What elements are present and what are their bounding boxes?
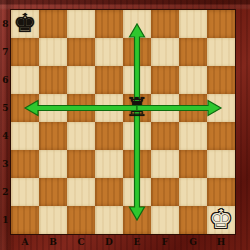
square-b8[interactable] [39,10,67,38]
piece-black-king[interactable]: ♚ [11,10,39,38]
square-a1[interactable] [11,206,39,234]
square-h6[interactable] [207,66,235,94]
square-g2[interactable] [179,178,207,206]
square-h7[interactable] [207,38,235,66]
rank-label-3: 3 [0,150,11,178]
square-c8[interactable] [67,10,95,38]
square-b7[interactable] [39,38,67,66]
rank-label-7: 7 [0,38,11,66]
square-e7[interactable] [123,38,151,66]
square-d4[interactable] [95,122,123,150]
chess-diagram: 87654321 ABCDEFGH ♚♜♚ [0,0,250,250]
square-e3[interactable] [123,150,151,178]
square-b3[interactable] [39,150,67,178]
square-f1[interactable] [151,206,179,234]
square-d7[interactable] [95,38,123,66]
square-a8[interactable]: ♚ [11,10,39,38]
square-e6[interactable] [123,66,151,94]
square-c2[interactable] [67,178,95,206]
square-f6[interactable] [151,66,179,94]
square-g1[interactable] [179,206,207,234]
square-c1[interactable] [67,206,95,234]
square-d6[interactable] [95,66,123,94]
square-c4[interactable] [67,122,95,150]
square-e5[interactable]: ♜ [123,94,151,122]
square-d8[interactable] [95,10,123,38]
square-d2[interactable] [95,178,123,206]
rank-label-6: 6 [0,66,11,94]
square-c6[interactable] [67,66,95,94]
file-label-f: F [151,234,179,250]
square-g6[interactable] [179,66,207,94]
square-f3[interactable] [151,150,179,178]
square-h5[interactable] [207,94,235,122]
rank-label-1: 1 [0,206,11,234]
square-f2[interactable] [151,178,179,206]
square-h1[interactable]: ♚ [207,206,235,234]
piece-black-rook[interactable]: ♜ [123,94,151,122]
file-labels: ABCDEFGH [11,234,235,250]
square-h4[interactable] [207,122,235,150]
rank-label-4: 4 [0,122,11,150]
square-d3[interactable] [95,150,123,178]
square-e2[interactable] [123,178,151,206]
square-b1[interactable] [39,206,67,234]
square-g7[interactable] [179,38,207,66]
square-c5[interactable] [67,94,95,122]
square-f8[interactable] [151,10,179,38]
board-squares: ♚♜♚ [11,10,235,234]
square-b5[interactable] [39,94,67,122]
chess-board: ♚♜♚ [11,10,235,234]
square-b6[interactable] [39,66,67,94]
square-a3[interactable] [11,150,39,178]
file-label-e: E [123,234,151,250]
square-g8[interactable] [179,10,207,38]
square-h8[interactable] [207,10,235,38]
square-a5[interactable] [11,94,39,122]
file-label-b: B [39,234,67,250]
square-e1[interactable] [123,206,151,234]
square-b4[interactable] [39,122,67,150]
file-label-g: G [179,234,207,250]
square-f4[interactable] [151,122,179,150]
square-f7[interactable] [151,38,179,66]
piece-white-king[interactable]: ♚ [207,206,235,234]
square-e4[interactable] [123,122,151,150]
rank-label-8: 8 [0,10,11,38]
square-d1[interactable] [95,206,123,234]
file-label-a: A [11,234,39,250]
square-a2[interactable] [11,178,39,206]
rank-labels: 87654321 [0,10,11,234]
square-f5[interactable] [151,94,179,122]
square-g3[interactable] [179,150,207,178]
square-h2[interactable] [207,178,235,206]
file-label-h: H [207,234,235,250]
square-g5[interactable] [179,94,207,122]
square-d5[interactable] [95,94,123,122]
square-a4[interactable] [11,122,39,150]
rank-label-2: 2 [0,178,11,206]
square-c3[interactable] [67,150,95,178]
square-a6[interactable] [11,66,39,94]
square-c7[interactable] [67,38,95,66]
square-h3[interactable] [207,150,235,178]
square-b2[interactable] [39,178,67,206]
square-g4[interactable] [179,122,207,150]
file-label-d: D [95,234,123,250]
square-a7[interactable] [11,38,39,66]
square-e8[interactable] [123,10,151,38]
file-label-c: C [67,234,95,250]
rank-label-5: 5 [0,94,11,122]
